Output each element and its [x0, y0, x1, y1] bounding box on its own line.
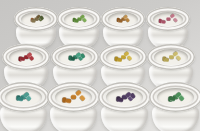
- jar-r3c1: [0, 82, 50, 131]
- gem-chip: [116, 58, 121, 63]
- gem-chips: [57, 7, 101, 48]
- gem-chip: [65, 98, 71, 103]
- gem-chip: [71, 95, 76, 99]
- gem-chip: [169, 55, 174, 59]
- gem-chip: [69, 57, 74, 62]
- gem-chip: [118, 97, 124, 102]
- gem-chip: [164, 58, 169, 63]
- jar-r3c3: [98, 82, 151, 131]
- gem-chips: [146, 7, 190, 48]
- jar-r1c2: [57, 7, 101, 48]
- gem-chip: [17, 97, 23, 102]
- gem-chips: [101, 7, 145, 48]
- gem-chip: [173, 17, 178, 22]
- photo-canvas: [0, 0, 200, 131]
- jar-r1c4: [146, 7, 190, 48]
- gem-chips: [149, 82, 200, 131]
- jar-r3c4: [149, 82, 200, 131]
- jar-r1c1: [14, 7, 58, 48]
- gem-chips: [47, 82, 100, 131]
- gem-chip: [79, 95, 86, 102]
- gem-chip: [161, 20, 166, 24]
- jar-r3c2: [47, 82, 100, 131]
- gem-chip: [118, 19, 123, 23]
- gem-chip: [166, 17, 170, 20]
- jar-r1c3: [101, 7, 145, 48]
- gem-chips: [14, 7, 58, 48]
- gem-chip: [74, 19, 79, 23]
- gem-chips: [0, 82, 50, 131]
- gem-chips: [98, 82, 151, 131]
- gem-chip: [31, 19, 36, 23]
